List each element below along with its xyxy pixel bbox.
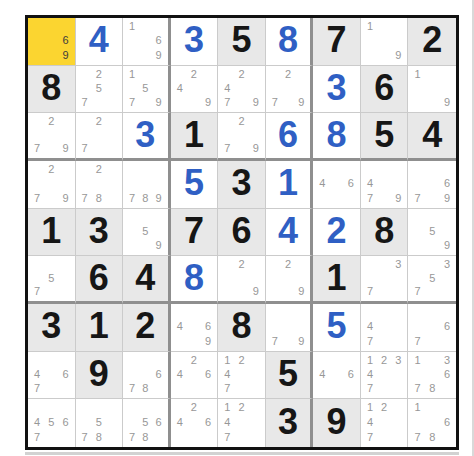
cell-r5c8[interactable]: 8 [361, 209, 409, 257]
candidate-2: 2 [381, 402, 387, 413]
candidate-4: 4 [34, 369, 40, 380]
candidate-marks: 479 [361, 161, 408, 208]
cell-r3c4[interactable]: 1 [171, 113, 219, 161]
candidate-1: 1 [129, 21, 135, 32]
candidate-marks: 1678 [408, 399, 456, 447]
entered-value: 3 [313, 66, 360, 113]
candidate-3: 3 [395, 355, 401, 366]
given-value: 1 [313, 256, 360, 301]
candidate-7: 7 [34, 193, 40, 204]
candidate-1: 1 [367, 402, 373, 413]
candidate-6: 6 [205, 417, 211, 428]
candidate-7: 7 [129, 383, 135, 394]
candidate-2: 2 [238, 402, 244, 413]
given-value: 6 [218, 209, 265, 256]
candidate-marks: 12347 [361, 352, 408, 399]
candidate-4: 4 [177, 321, 183, 332]
candidate-marks: 59 [123, 209, 168, 256]
candidate-7: 7 [34, 143, 40, 154]
entered-value: 5 [313, 304, 360, 351]
cell-r9c1[interactable]: 4567 [28, 399, 76, 447]
given-value: 7 [313, 18, 360, 65]
cell-r1c1[interactable]: 69 [28, 18, 76, 66]
candidate-9: 9 [253, 286, 259, 297]
candidate-9: 9 [62, 193, 68, 204]
cell-r2c7[interactable]: 3 [313, 66, 361, 114]
given-value: 1 [171, 113, 218, 158]
candidate-4: 4 [177, 417, 183, 428]
given-value: 7 [171, 209, 218, 256]
given-value: 4 [123, 256, 168, 301]
candidate-marks: 678 [123, 352, 168, 399]
candidate-9: 9 [62, 50, 68, 61]
candidate-2: 2 [238, 116, 244, 127]
candidate-9: 9 [444, 97, 450, 108]
cell-r1c6[interactable]: 8 [266, 18, 314, 66]
given-value: 2 [408, 18, 456, 65]
cell-r5c5[interactable]: 6 [218, 209, 266, 257]
candidate-6: 6 [444, 178, 450, 189]
cell-r4c5[interactable]: 3 [218, 161, 266, 209]
candidate-7: 7 [414, 286, 420, 297]
candidate-7: 7 [224, 432, 230, 443]
candidate-marks: 279 [266, 66, 311, 113]
candidate-7: 7 [367, 383, 373, 394]
candidate-6: 6 [156, 369, 162, 380]
cell-r7c8[interactable]: 47 [361, 304, 409, 352]
cell-r5c4[interactable]: 7 [171, 209, 219, 257]
candidate-8: 8 [142, 432, 148, 443]
candidate-1: 1 [367, 355, 373, 366]
cell-r3c2[interactable]: 27 [76, 113, 124, 161]
cell-r9c5[interactable]: 1247 [218, 399, 266, 447]
candidate-1: 1 [367, 21, 373, 32]
candidate-2: 2 [48, 116, 54, 127]
cell-r6c3[interactable]: 4 [123, 256, 171, 304]
given-value: 4 [408, 113, 456, 158]
candidate-marks: 467 [28, 352, 75, 399]
cell-r6c4[interactable]: 8 [171, 256, 219, 304]
cell-r8c2[interactable]: 9 [76, 352, 124, 400]
candidate-6: 6 [62, 35, 68, 46]
candidate-marks: 4567 [28, 399, 75, 447]
entered-value: 1 [266, 161, 311, 208]
cell-r2c8[interactable]: 6 [361, 66, 409, 114]
candidate-1: 1 [414, 402, 420, 413]
candidate-marks: 1247 [361, 399, 408, 447]
candidate-7: 7 [34, 286, 40, 297]
candidate-5: 5 [96, 417, 102, 428]
cell-r7c6[interactable]: 79 [266, 304, 314, 352]
candidate-6: 6 [348, 369, 354, 380]
candidate-5: 5 [142, 226, 148, 237]
candidate-4: 4 [367, 369, 373, 380]
cell-r7c1[interactable]: 3 [28, 304, 76, 352]
candidate-9: 9 [298, 286, 304, 297]
candidate-7: 7 [34, 432, 40, 443]
candidate-marks: 249 [171, 66, 218, 113]
cell-r9c4[interactable]: 246 [171, 399, 219, 447]
candidate-6: 6 [444, 369, 450, 380]
candidate-9: 9 [205, 336, 211, 347]
given-value: 9 [313, 399, 360, 447]
candidate-marks: 57 [28, 256, 75, 301]
cell-r7c3[interactable]: 2 [123, 304, 171, 352]
given-value: 8 [361, 209, 408, 256]
candidate-marks: 47 [361, 304, 408, 351]
cell-r4c8[interactable]: 479 [361, 161, 409, 209]
candidate-marks: 13678 [408, 352, 456, 399]
cell-r1c7[interactable]: 7 [313, 18, 361, 66]
candidate-7: 7 [414, 336, 420, 347]
candidate-6: 6 [62, 369, 68, 380]
candidate-7: 7 [129, 193, 135, 204]
cell-r3c8[interactable]: 5 [361, 113, 409, 161]
cell-r2c3[interactable]: 1579 [123, 66, 171, 114]
cell-r6c2[interactable]: 6 [76, 256, 124, 304]
candidate-4: 4 [177, 83, 183, 94]
entered-value: 6 [266, 113, 311, 158]
given-value: 8 [218, 304, 265, 351]
candidate-2: 2 [96, 69, 102, 80]
cell-r6c6[interactable]: 29 [266, 256, 314, 304]
candidate-4: 4 [177, 369, 183, 380]
candidate-1: 1 [414, 355, 420, 366]
candidate-marks: 357 [408, 256, 456, 301]
cell-r3c5[interactable]: 279 [218, 113, 266, 161]
cell-r7c4[interactable]: 469 [171, 304, 219, 352]
candidate-marks: 5678 [123, 399, 168, 447]
candidate-marks: 29 [218, 256, 265, 301]
candidate-7: 7 [414, 383, 420, 394]
candidate-7: 7 [82, 193, 88, 204]
candidate-8: 8 [142, 193, 148, 204]
cell-r6c9[interactable]: 357 [408, 256, 456, 304]
cell-r1c5[interactable]: 5 [218, 18, 266, 66]
candidate-9: 9 [395, 193, 401, 204]
entered-value: 4 [266, 209, 311, 256]
cell-r7c9[interactable]: 67 [408, 304, 456, 352]
candidate-marks: 19 [408, 66, 456, 113]
candidate-6: 6 [205, 321, 211, 332]
cell-r3c1[interactable]: 279 [28, 113, 76, 161]
cell-r9c9[interactable]: 1678 [408, 399, 456, 447]
candidate-9: 9 [205, 97, 211, 108]
cell-r4c1[interactable]: 279 [28, 161, 76, 209]
candidate-6: 6 [348, 178, 354, 189]
candidate-9: 9 [298, 336, 304, 347]
cell-r7c7[interactable]: 5 [313, 304, 361, 352]
entered-value: 8 [266, 18, 311, 65]
given-value: 3 [218, 161, 265, 208]
candidate-8: 8 [142, 383, 148, 394]
candidate-7: 7 [129, 432, 135, 443]
candidate-7: 7 [82, 432, 88, 443]
candidate-8: 8 [96, 193, 102, 204]
candidate-5: 5 [142, 417, 148, 428]
candidate-6: 6 [444, 321, 450, 332]
candidate-marks: 1579 [123, 66, 168, 113]
candidate-7: 7 [367, 193, 373, 204]
candidate-2: 2 [285, 69, 291, 80]
candidate-5: 5 [48, 417, 54, 428]
candidate-7: 7 [82, 143, 88, 154]
candidate-9: 9 [156, 193, 162, 204]
candidate-marks: 27 [76, 113, 123, 158]
cell-r3c9[interactable]: 4 [408, 113, 456, 161]
given-value: 6 [361, 66, 408, 113]
candidate-2: 2 [48, 164, 54, 175]
given-value: 9 [76, 352, 123, 399]
given-value: 6 [76, 256, 123, 301]
bottom-divider [25, 452, 459, 455]
cell-r8c1[interactable]: 467 [28, 352, 76, 400]
entered-value: 4 [76, 18, 123, 65]
candidate-marks: 246 [171, 352, 218, 399]
candidate-7: 7 [224, 383, 230, 394]
candidate-9: 9 [156, 50, 162, 61]
candidate-3: 3 [444, 355, 450, 366]
cell-r9c3[interactable]: 5678 [123, 399, 171, 447]
candidate-marks: 169 [123, 18, 168, 65]
candidate-marks: 578 [76, 399, 123, 447]
cell-r2c6[interactable]: 279 [266, 66, 314, 114]
candidate-7: 7 [272, 97, 278, 108]
candidate-marks: 29 [266, 256, 311, 301]
candidate-4: 4 [319, 178, 325, 189]
candidate-marks: 59 [408, 209, 456, 256]
given-value: 8 [28, 66, 75, 113]
entered-value: 3 [123, 113, 168, 158]
candidate-9: 9 [156, 240, 162, 251]
candidate-2: 2 [191, 355, 197, 366]
cell-r2c2[interactable]: 257 [76, 66, 124, 114]
candidate-6: 6 [205, 369, 211, 380]
candidate-marks: 67 [408, 304, 456, 351]
candidate-9: 9 [253, 143, 259, 154]
candidate-9: 9 [444, 193, 450, 204]
candidate-1: 1 [414, 69, 420, 80]
candidate-marks: 469 [171, 304, 218, 351]
cell-r5c2[interactable]: 3 [76, 209, 124, 257]
candidate-7: 7 [224, 97, 230, 108]
candidate-6: 6 [156, 417, 162, 428]
candidate-marks: 2479 [218, 66, 265, 113]
cell-r4c2[interactable]: 278 [76, 161, 124, 209]
candidate-4: 4 [319, 369, 325, 380]
given-value: 3 [266, 399, 311, 447]
candidate-7: 7 [129, 97, 135, 108]
candidate-9: 9 [444, 240, 450, 251]
candidate-7: 7 [367, 432, 373, 443]
candidate-marks: 279 [28, 161, 75, 208]
candidate-6: 6 [156, 35, 162, 46]
candidate-marks: 789 [123, 161, 168, 208]
entered-value: 8 [171, 256, 218, 301]
candidate-5: 5 [48, 273, 54, 284]
cell-r1c2[interactable]: 4 [76, 18, 124, 66]
candidate-5: 5 [96, 83, 102, 94]
given-value: 1 [28, 209, 75, 256]
candidate-7: 7 [367, 286, 373, 297]
entered-value: 5 [171, 161, 218, 208]
cell-r4c7[interactable]: 46 [313, 161, 361, 209]
candidate-2: 2 [191, 69, 197, 80]
candidate-8: 8 [429, 432, 435, 443]
cell-r8c9[interactable]: 13678 [408, 352, 456, 400]
candidate-marks: 279 [218, 113, 265, 158]
candidate-marks: 37 [361, 256, 408, 301]
candidate-7: 7 [414, 193, 420, 204]
cell-r5c3[interactable]: 59 [123, 209, 171, 257]
candidate-marks: 1247 [218, 352, 265, 399]
cell-r4c4[interactable]: 5 [171, 161, 219, 209]
cell-r1c4[interactable]: 3 [171, 18, 219, 66]
entered-value: 2 [313, 209, 360, 256]
candidate-5: 5 [142, 83, 148, 94]
candidate-2: 2 [96, 164, 102, 175]
candidate-marks: 69 [28, 18, 75, 65]
cell-r5c9[interactable]: 59 [408, 209, 456, 257]
candidate-9: 9 [298, 97, 304, 108]
sudoku-board: 6941693587192825715792492479279361927927… [25, 15, 459, 450]
candidate-3: 3 [444, 259, 450, 270]
candidate-4: 4 [224, 369, 230, 380]
candidate-marks: 257 [76, 66, 123, 113]
candidate-marks: 278 [76, 161, 123, 208]
cell-r6c8[interactable]: 37 [361, 256, 409, 304]
candidate-9: 9 [156, 97, 162, 108]
candidate-6: 6 [444, 417, 450, 428]
candidate-2: 2 [285, 259, 291, 270]
candidate-5: 5 [429, 226, 435, 237]
cell-r1c9[interactable]: 2 [408, 18, 456, 66]
candidate-5: 5 [429, 273, 435, 284]
candidate-1: 1 [224, 355, 230, 366]
candidate-8: 8 [96, 432, 102, 443]
given-value: 3 [28, 304, 75, 351]
given-value: 3 [76, 209, 123, 256]
candidate-marks: 79 [266, 304, 311, 351]
cell-r2c1[interactable]: 8 [28, 66, 76, 114]
candidate-7: 7 [367, 336, 373, 347]
given-value: 5 [266, 352, 311, 399]
given-value: 1 [76, 304, 123, 351]
sudoku-app: 6941693587192825715792492479279361927927… [0, 0, 474, 456]
cell-r5c1[interactable]: 1 [28, 209, 76, 257]
candidate-4: 4 [34, 417, 40, 428]
cell-r4c3[interactable]: 789 [123, 161, 171, 209]
cell-r5c7[interactable]: 2 [313, 209, 361, 257]
candidate-marks: 679 [408, 161, 456, 208]
cell-r3c3[interactable]: 3 [123, 113, 171, 161]
candidate-1: 1 [224, 402, 230, 413]
candidate-9: 9 [62, 143, 68, 154]
candidate-2: 2 [238, 69, 244, 80]
candidate-7: 7 [414, 432, 420, 443]
candidate-2: 2 [238, 259, 244, 270]
entered-value: 8 [313, 113, 360, 158]
candidate-2: 2 [381, 355, 387, 366]
entered-value: 3 [171, 18, 218, 65]
cell-r9c2[interactable]: 578 [76, 399, 124, 447]
candidate-4: 4 [224, 83, 230, 94]
cell-r9c8[interactable]: 1247 [361, 399, 409, 447]
candidate-3: 3 [395, 259, 401, 270]
cell-r5c6[interactable]: 4 [266, 209, 314, 257]
cell-r9c7[interactable]: 9 [313, 399, 361, 447]
candidate-7: 7 [34, 383, 40, 394]
given-value: 5 [361, 113, 408, 158]
cell-r6c5[interactable]: 29 [218, 256, 266, 304]
candidate-7: 7 [224, 143, 230, 154]
candidate-marks: 46 [313, 352, 360, 399]
cell-r2c5[interactable]: 2479 [218, 66, 266, 114]
cell-r4c9[interactable]: 679 [408, 161, 456, 209]
cell-r8c3[interactable]: 678 [123, 352, 171, 400]
candidate-2: 2 [191, 402, 197, 413]
given-value: 2 [123, 304, 168, 351]
cell-r8c5[interactable]: 1247 [218, 352, 266, 400]
candidate-marks: 1247 [218, 399, 265, 447]
cell-r7c2[interactable]: 1 [76, 304, 124, 352]
candidate-8: 8 [429, 383, 435, 394]
candidate-marks: 19 [361, 18, 408, 65]
cell-r9c6[interactable]: 3 [266, 399, 314, 447]
cell-r3c7[interactable]: 8 [313, 113, 361, 161]
candidate-9: 9 [395, 50, 401, 61]
cell-r3c6[interactable]: 6 [266, 113, 314, 161]
candidate-4: 4 [367, 321, 373, 332]
given-value: 5 [218, 18, 265, 65]
candidate-2: 2 [238, 355, 244, 366]
candidate-2: 2 [96, 116, 102, 127]
candidate-marks: 46 [313, 161, 360, 208]
candidate-7: 7 [272, 336, 278, 347]
candidate-4: 4 [367, 178, 373, 189]
cell-r7c5[interactable]: 8 [218, 304, 266, 352]
cell-r4c6[interactable]: 1 [266, 161, 314, 209]
cell-r8c6[interactable]: 5 [266, 352, 314, 400]
candidate-marks: 279 [28, 113, 75, 158]
candidate-4: 4 [367, 417, 373, 428]
cell-r1c3[interactable]: 169 [123, 18, 171, 66]
cell-r8c7[interactable]: 46 [313, 352, 361, 400]
cell-r2c4[interactable]: 249 [171, 66, 219, 114]
candidate-7: 7 [82, 97, 88, 108]
cell-r6c7[interactable]: 1 [313, 256, 361, 304]
candidate-1: 1 [129, 69, 135, 80]
cell-r2c9[interactable]: 19 [408, 66, 456, 114]
candidate-9: 9 [253, 97, 259, 108]
candidate-marks: 246 [171, 399, 218, 447]
cell-r8c8[interactable]: 12347 [361, 352, 409, 400]
cell-r6c1[interactable]: 57 [28, 256, 76, 304]
cell-r1c8[interactable]: 19 [361, 18, 409, 66]
cell-r8c4[interactable]: 246 [171, 352, 219, 400]
candidate-6: 6 [62, 417, 68, 428]
candidate-4: 4 [224, 417, 230, 428]
